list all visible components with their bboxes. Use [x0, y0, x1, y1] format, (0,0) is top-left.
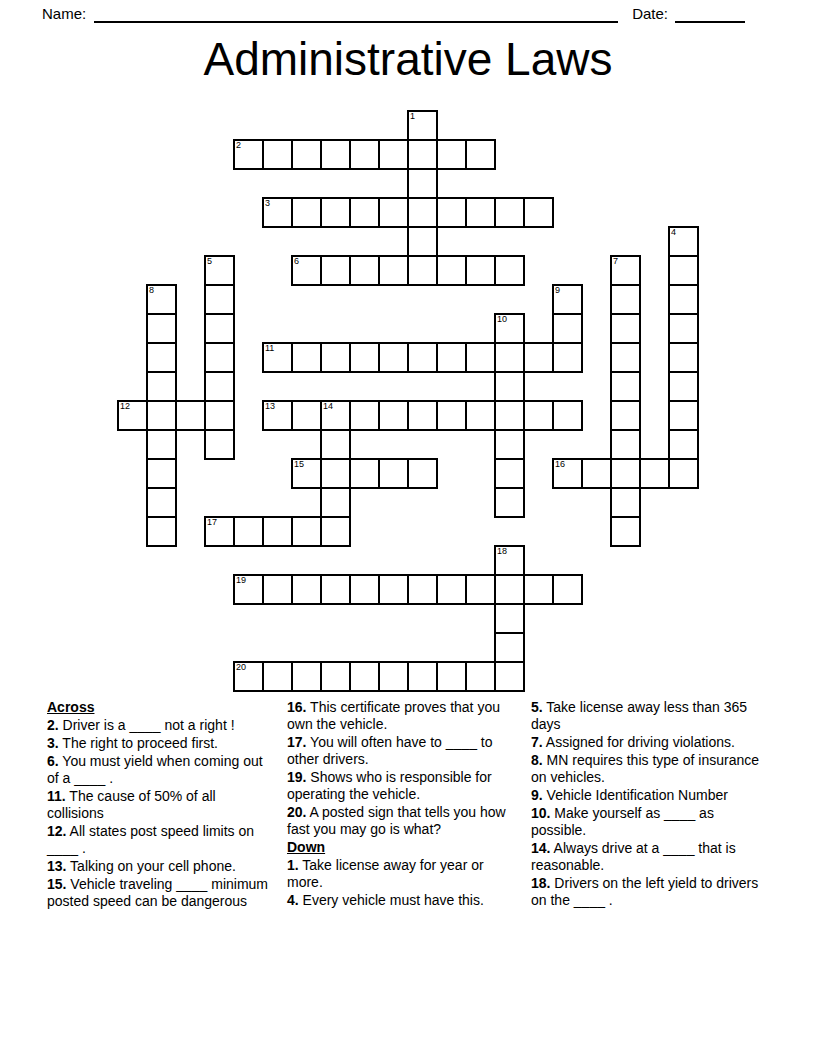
- grid-cell-r19c5[interactable]: [262, 661, 293, 692]
- grid-cell-r10c14[interactable]: [523, 400, 554, 431]
- grid-cell-r12c10[interactable]: [407, 458, 438, 489]
- grid-cell-r8c11[interactable]: [436, 342, 467, 373]
- grid-cell-r7c13[interactable]: 10: [494, 313, 525, 344]
- grid-cell-r8c9[interactable]: [378, 342, 409, 373]
- clue-across-12: 12. All states post speed limits on ____…: [47, 823, 275, 857]
- grid-cell-r6c3[interactable]: [204, 284, 235, 315]
- grid-cell-r10c8[interactable]: [349, 400, 380, 431]
- grid-cell-r8c5[interactable]: 11: [262, 342, 293, 373]
- grid-cell-r8c15[interactable]: [552, 342, 583, 373]
- clue-down-5: 5. Take license away less than 365 days: [531, 699, 761, 733]
- grid-cell-r7c3[interactable]: [204, 313, 235, 344]
- grid-cell-r16c14[interactable]: [523, 574, 554, 605]
- grid-cell-r8c1[interactable]: [146, 342, 177, 373]
- grid-cell-r10c11[interactable]: [436, 400, 467, 431]
- grid-cell-r11c1[interactable]: [146, 429, 177, 460]
- grid-cell-r14c3[interactable]: 17: [204, 516, 235, 547]
- grid-cell-r1c11[interactable]: [436, 139, 467, 170]
- clue-number: 11.: [47, 788, 66, 804]
- grid-cell-r19c12[interactable]: [465, 661, 496, 692]
- cell-number-20: 20: [236, 662, 246, 673]
- grid-cell-r10c7[interactable]: 14: [320, 400, 351, 431]
- grid-cell-r1c12[interactable]: [465, 139, 496, 170]
- grid-cell-r10c5[interactable]: 13: [262, 400, 293, 431]
- clue-down-9: 9. Vehicle Identification Number: [531, 787, 761, 804]
- grid-cell-r1c10[interactable]: [407, 139, 438, 170]
- grid-cell-r14c5[interactable]: [262, 516, 293, 547]
- grid-cell-r10c15[interactable]: [552, 400, 583, 431]
- grid-cell-r16c9[interactable]: [378, 574, 409, 605]
- date-label: Date:: [632, 5, 668, 23]
- grid-cell-r5c11[interactable]: [436, 255, 467, 286]
- clue-across-6: 6. You must yield when coming out of a _…: [47, 753, 275, 787]
- grid-cell-r10c3[interactable]: [204, 400, 235, 431]
- grid-cell-r14c6[interactable]: [291, 516, 322, 547]
- grid-cell-r18c13[interactable]: [494, 632, 525, 663]
- cell-number-6: 6: [294, 256, 299, 267]
- grid-cell-r8c6[interactable]: [291, 342, 322, 373]
- grid-cell-r16c8[interactable]: [349, 574, 380, 605]
- date-blank-line[interactable]: [675, 5, 745, 23]
- grid-cell-r5c19[interactable]: [668, 255, 699, 286]
- clue-number: 13.: [47, 858, 66, 874]
- grid-cell-r14c4[interactable]: [233, 516, 264, 547]
- clue-down-8: 8. MN requires this type of insurance on…: [531, 752, 761, 786]
- grid-cell-r3c9[interactable]: [378, 197, 409, 228]
- grid-cell-r3c12[interactable]: [465, 197, 496, 228]
- grid-cell-r13c13[interactable]: [494, 487, 525, 518]
- grid-cell-r3c13[interactable]: [494, 197, 525, 228]
- grid-cell-r16c13[interactable]: [494, 574, 525, 605]
- grid-cell-r16c11[interactable]: [436, 574, 467, 605]
- clue-across-15: 15. Vehicle traveling ____ minimum poste…: [47, 876, 275, 910]
- grid-cell-r14c1[interactable]: [146, 516, 177, 547]
- grid-cell-r16c6[interactable]: [291, 574, 322, 605]
- grid-cell-r3c11[interactable]: [436, 197, 467, 228]
- grid-cell-r6c19[interactable]: [668, 284, 699, 315]
- grid-cell-r3c6[interactable]: [291, 197, 322, 228]
- cell-number-18: 18: [497, 546, 507, 557]
- name-label: Name:: [42, 5, 86, 23]
- clue-down-18: 18. Drivers on the left yield to drivers…: [531, 875, 761, 909]
- grid-cell-r8c3[interactable]: [204, 342, 235, 373]
- worksheet-header: Name: Date:: [42, 5, 745, 23]
- grid-cell-r14c17[interactable]: [610, 516, 641, 547]
- clue-number: 3.: [47, 735, 59, 751]
- name-blank-line[interactable]: [94, 5, 618, 23]
- clue-number: 5.: [531, 699, 543, 715]
- clues-column-1: Across2. Driver is a ____ not a right !3…: [47, 699, 275, 911]
- grid-cell-r11c3[interactable]: [204, 429, 235, 460]
- clue-number: 17.: [287, 734, 306, 750]
- grid-cell-r1c5[interactable]: [262, 139, 293, 170]
- clue-number: 6.: [47, 753, 59, 769]
- grid-cell-r5c8[interactable]: [349, 255, 380, 286]
- clue-across-2: 2. Driver is a ____ not a right !: [47, 717, 275, 734]
- grid-cell-r10c17[interactable]: [610, 400, 641, 431]
- grid-cell-r1c6[interactable]: [291, 139, 322, 170]
- clue-number: 9.: [531, 787, 543, 803]
- crossword-grid: 1234567891011121314151617181920: [117, 110, 697, 690]
- grid-cell-r10c0[interactable]: 12: [117, 400, 148, 431]
- grid-cell-r11c13[interactable]: [494, 429, 525, 460]
- cell-number-3: 3: [265, 198, 270, 209]
- grid-cell-r16c15[interactable]: [552, 574, 583, 605]
- clues-column-2: 16. This certificate proves that you own…: [287, 699, 523, 910]
- grid-cell-r19c6[interactable]: [291, 661, 322, 692]
- cell-number-4: 4: [671, 227, 676, 238]
- cell-number-13: 13: [265, 401, 275, 412]
- clue-number: 1.: [287, 857, 299, 873]
- clue-down-7: 7. Assigned for driving violations.: [531, 734, 761, 751]
- clue-number: 18.: [531, 875, 550, 891]
- clue-number: 8.: [531, 752, 543, 768]
- grid-cell-r7c1[interactable]: [146, 313, 177, 344]
- grid-cell-r7c15[interactable]: [552, 313, 583, 344]
- clue-number: 12.: [47, 823, 66, 839]
- grid-cell-r3c7[interactable]: [320, 197, 351, 228]
- grid-cell-r9c17[interactable]: [610, 371, 641, 402]
- grid-cell-r12c17[interactable]: [610, 458, 641, 489]
- grid-cell-r4c10[interactable]: [407, 226, 438, 257]
- grid-cell-r19c13[interactable]: [494, 661, 525, 692]
- grid-cell-r6c1[interactable]: 8: [146, 284, 177, 315]
- cell-number-1: 1: [410, 111, 415, 122]
- cell-number-12: 12: [120, 401, 130, 412]
- grid-cell-r13c1[interactable]: [146, 487, 177, 518]
- grid-cell-r1c7[interactable]: [320, 139, 351, 170]
- grid-cell-r12c18[interactable]: [639, 458, 670, 489]
- grid-cell-r4c19[interactable]: 4: [668, 226, 699, 257]
- grid-cell-r10c6[interactable]: [291, 400, 322, 431]
- grid-cell-r3c14[interactable]: [523, 197, 554, 228]
- cell-number-11: 11: [265, 343, 274, 354]
- grid-cell-r3c5[interactable]: 3: [262, 197, 293, 228]
- grid-cell-r10c1[interactable]: [146, 400, 177, 431]
- grid-cell-r0c10[interactable]: 1: [407, 110, 438, 141]
- cell-number-15: 15: [294, 459, 304, 470]
- grid-cell-r5c17[interactable]: 7: [610, 255, 641, 286]
- clue-across-11: 11. The cause of 50% of all collisions: [47, 788, 275, 822]
- grid-cell-r16c12[interactable]: [465, 574, 496, 605]
- grid-cell-r6c17[interactable]: [610, 284, 641, 315]
- grid-cell-r10c12[interactable]: [465, 400, 496, 431]
- grid-cell-r1c4[interactable]: 2: [233, 139, 264, 170]
- clue-number: 10.: [531, 805, 550, 821]
- clue-across-13: 13. Talking on your cell phone.: [47, 858, 275, 875]
- grid-cell-r13c17[interactable]: [610, 487, 641, 518]
- grid-cell-r5c12[interactable]: [465, 255, 496, 286]
- grid-cell-r19c11[interactable]: [436, 661, 467, 692]
- grid-cell-r10c2[interactable]: [175, 400, 206, 431]
- grid-cell-r11c17[interactable]: [610, 429, 641, 460]
- clue-across-16: 16. This certificate proves that you own…: [287, 699, 523, 733]
- grid-cell-r12c8[interactable]: [349, 458, 380, 489]
- clue-number: 14.: [531, 840, 550, 856]
- clue-number: 15.: [47, 876, 66, 892]
- grid-cell-r5c6[interactable]: 6: [291, 255, 322, 286]
- grid-cell-r16c4[interactable]: 19: [233, 574, 264, 605]
- grid-cell-r16c5[interactable]: [262, 574, 293, 605]
- clue-down-14: 14. Always drive at a ____ that is reaso…: [531, 840, 761, 874]
- grid-cell-r7c17[interactable]: [610, 313, 641, 344]
- grid-cell-r8c7[interactable]: [320, 342, 351, 373]
- grid-cell-r12c16[interactable]: [581, 458, 612, 489]
- grid-cell-r9c3[interactable]: [204, 371, 235, 402]
- clue-down-4: 4. Every vehicle must have this.: [287, 892, 523, 909]
- clue-number: 4.: [287, 892, 299, 908]
- grid-cell-r19c8[interactable]: [349, 661, 380, 692]
- grid-cell-r5c10[interactable]: [407, 255, 438, 286]
- grid-cell-r12c6[interactable]: 15: [291, 458, 322, 489]
- grid-cell-r15c13[interactable]: 18: [494, 545, 525, 576]
- grid-cell-r10c9[interactable]: [378, 400, 409, 431]
- cell-number-14: 14: [323, 401, 333, 412]
- cell-number-2: 2: [236, 140, 241, 151]
- cell-number-5: 5: [207, 256, 212, 267]
- cell-number-19: 19: [236, 575, 246, 586]
- grid-cell-r5c3[interactable]: 5: [204, 255, 235, 286]
- clue-number: 2.: [47, 717, 59, 733]
- grid-cell-r12c9[interactable]: [378, 458, 409, 489]
- clue-down-1: 1. Take license away for year or more.: [287, 857, 523, 891]
- grid-cell-r5c7[interactable]: [320, 255, 351, 286]
- clues-section-label-across: Across: [47, 699, 275, 716]
- grid-cell-r1c8[interactable]: [349, 139, 380, 170]
- grid-cell-r1c9[interactable]: [378, 139, 409, 170]
- grid-cell-r19c4[interactable]: 20: [233, 661, 264, 692]
- grid-cell-r2c10[interactable]: [407, 168, 438, 199]
- cell-number-8: 8: [149, 285, 154, 296]
- grid-cell-r10c13[interactable]: [494, 400, 525, 431]
- clue-number: 20.: [287, 804, 306, 820]
- grid-cell-r9c19[interactable]: [668, 371, 699, 402]
- cell-number-10: 10: [497, 314, 507, 325]
- grid-cell-r12c13[interactable]: [494, 458, 525, 489]
- grid-cell-r16c10[interactable]: [407, 574, 438, 605]
- grid-cell-r8c10[interactable]: [407, 342, 438, 373]
- clues-section-label-down: Down: [287, 839, 523, 856]
- grid-cell-r12c19[interactable]: [668, 458, 699, 489]
- grid-cell-r14c7[interactable]: [320, 516, 351, 547]
- grid-cell-r5c13[interactable]: [494, 255, 525, 286]
- grid-cell-r19c9[interactable]: [378, 661, 409, 692]
- clue-across-19: 19. Shows who is responsible for operati…: [287, 769, 523, 803]
- grid-cell-r12c7[interactable]: [320, 458, 351, 489]
- grid-cell-r13c7[interactable]: [320, 487, 351, 518]
- clue-down-10: 10. Make yourself as ____ as possible.: [531, 805, 761, 839]
- clue-across-17: 17. You will often have to ____ to other…: [287, 734, 523, 768]
- clue-number: 7.: [531, 734, 543, 750]
- grid-cell-r5c9[interactable]: [378, 255, 409, 286]
- cell-number-7: 7: [613, 256, 618, 267]
- grid-cell-r19c10[interactable]: [407, 661, 438, 692]
- clues-column-3: 5. Take license away less than 365 days7…: [531, 699, 761, 910]
- clue-across-3: 3. The right to proceed first.: [47, 735, 275, 752]
- grid-cell-r19c7[interactable]: [320, 661, 351, 692]
- clue-number: 16.: [287, 699, 306, 715]
- grid-cell-r9c13[interactable]: [494, 371, 525, 402]
- grid-cell-r12c15[interactable]: 16: [552, 458, 583, 489]
- grid-cell-r8c17[interactable]: [610, 342, 641, 373]
- grid-cell-r11c7[interactable]: [320, 429, 351, 460]
- grid-cell-r3c10[interactable]: [407, 197, 438, 228]
- grid-cell-r12c1[interactable]: [146, 458, 177, 489]
- grid-cell-r10c10[interactable]: [407, 400, 438, 431]
- cell-number-9: 9: [555, 285, 560, 296]
- grid-cell-r3c8[interactable]: [349, 197, 380, 228]
- grid-cell-r7c19[interactable]: [668, 313, 699, 344]
- puzzle-title: Administrative Laws: [0, 33, 816, 86]
- grid-cell-r8c13[interactable]: [494, 342, 525, 373]
- cell-number-16: 16: [555, 459, 565, 470]
- grid-cell-r17c13[interactable]: [494, 603, 525, 634]
- grid-cell-r11c19[interactable]: [668, 429, 699, 460]
- grid-cell-r6c15[interactable]: 9: [552, 284, 583, 315]
- clue-across-20: 20. A posted sign that tells you how fas…: [287, 804, 523, 838]
- grid-cell-r8c8[interactable]: [349, 342, 380, 373]
- grid-cell-r8c12[interactable]: [465, 342, 496, 373]
- cell-number-17: 17: [207, 517, 217, 528]
- grid-cell-r8c19[interactable]: [668, 342, 699, 373]
- grid-cell-r9c1[interactable]: [146, 371, 177, 402]
- grid-cell-r16c7[interactable]: [320, 574, 351, 605]
- clue-number: 19.: [287, 769, 306, 785]
- grid-cell-r8c14[interactable]: [523, 342, 554, 373]
- grid-cell-r10c19[interactable]: [668, 400, 699, 431]
